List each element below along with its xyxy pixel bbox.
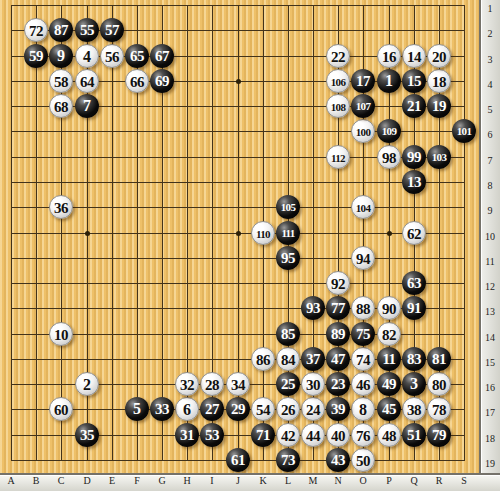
stone-black-move-81[interactable]: 81 xyxy=(427,347,451,371)
stone-white-move-64[interactable]: 64 xyxy=(75,69,99,93)
star-point-D10 xyxy=(85,231,90,236)
stone-white-move-72[interactable]: 72 xyxy=(24,18,48,42)
row-label-6: 6 xyxy=(481,129,499,141)
row-label-14: 14 xyxy=(481,332,499,344)
column-label-C: C xyxy=(58,475,65,487)
stone-black-move-21[interactable]: 21 xyxy=(402,94,426,118)
stone-black-move-55[interactable]: 55 xyxy=(75,18,99,42)
stone-black-move-31[interactable]: 31 xyxy=(175,423,199,447)
row-label-13: 13 xyxy=(481,306,499,318)
stone-black-move-73[interactable]: 73 xyxy=(276,448,300,472)
column-label-Q: Q xyxy=(410,475,417,487)
stone-black-move-85[interactable]: 85 xyxy=(276,322,300,346)
stone-white-move-108[interactable]: 108 xyxy=(326,94,350,118)
stone-white-move-20[interactable]: 20 xyxy=(427,44,451,68)
stone-black-move-15[interactable]: 15 xyxy=(402,69,426,93)
stone-black-move-91[interactable]: 91 xyxy=(402,296,426,320)
stone-black-move-99[interactable]: 99 xyxy=(402,145,426,169)
stone-white-move-10[interactable]: 10 xyxy=(49,322,73,346)
column-label-G: G xyxy=(158,475,165,487)
stone-white-move-68[interactable]: 68 xyxy=(49,94,73,118)
stone-black-move-107[interactable]: 107 xyxy=(351,94,375,118)
column-label-F: F xyxy=(134,475,140,487)
stone-white-move-60[interactable]: 60 xyxy=(49,397,73,421)
stone-black-move-79[interactable]: 79 xyxy=(427,423,451,447)
column-label-H: H xyxy=(183,475,190,487)
star-point-P10 xyxy=(387,231,392,236)
stone-black-move-51[interactable]: 51 xyxy=(402,423,426,447)
row-label-18: 18 xyxy=(481,433,499,445)
column-label-R: R xyxy=(436,475,443,487)
stone-white-move-24[interactable]: 24 xyxy=(301,397,325,421)
stone-black-move-19[interactable]: 19 xyxy=(427,94,451,118)
stone-white-move-112[interactable]: 112 xyxy=(326,145,350,169)
stone-white-move-42[interactable]: 42 xyxy=(276,423,300,447)
stone-white-move-32[interactable]: 32 xyxy=(175,372,199,396)
stone-black-move-1[interactable]: 1 xyxy=(377,69,401,93)
row-label-2: 2 xyxy=(481,28,499,40)
stone-black-move-11[interactable]: 11 xyxy=(377,347,401,371)
stone-black-move-65[interactable]: 65 xyxy=(125,44,149,68)
stone-white-move-22[interactable]: 22 xyxy=(326,44,350,68)
stone-white-move-54[interactable]: 54 xyxy=(251,397,275,421)
stone-black-move-71[interactable]: 71 xyxy=(251,423,275,447)
stone-white-move-104[interactable]: 104 xyxy=(351,195,375,219)
row-label-7: 7 xyxy=(481,155,499,167)
stone-black-move-57[interactable]: 57 xyxy=(100,18,124,42)
stone-black-move-3[interactable]: 3 xyxy=(402,372,426,396)
stone-black-move-23[interactable]: 23 xyxy=(326,372,350,396)
stone-white-move-92[interactable]: 92 xyxy=(326,271,350,295)
stone-black-move-59[interactable]: 59 xyxy=(24,44,48,68)
stone-white-move-8[interactable]: 8 xyxy=(351,397,375,421)
stone-black-move-103[interactable]: 103 xyxy=(427,145,451,169)
stone-white-move-76[interactable]: 76 xyxy=(351,423,375,447)
stone-black-move-111[interactable]: 111 xyxy=(276,221,300,245)
go-diagram-page: 1234567891011131415161718192021222324252… xyxy=(0,0,500,491)
row-label-1: 1 xyxy=(481,3,499,15)
stone-black-move-37[interactable]: 37 xyxy=(301,347,325,371)
stone-black-move-105[interactable]: 105 xyxy=(276,195,300,219)
row-label-17: 17 xyxy=(481,407,499,419)
row-label-5: 5 xyxy=(481,104,499,116)
stone-black-move-33[interactable]: 33 xyxy=(150,397,174,421)
stone-white-move-58[interactable]: 58 xyxy=(49,69,73,93)
column-labels-strip xyxy=(0,473,500,491)
grid-line-horizontal-12 xyxy=(11,283,465,284)
stone-white-move-56[interactable]: 56 xyxy=(100,44,124,68)
stone-white-move-14[interactable]: 14 xyxy=(402,44,426,68)
stone-white-move-36[interactable]: 36 xyxy=(49,195,73,219)
stone-black-move-69[interactable]: 69 xyxy=(150,69,174,93)
stone-black-move-17[interactable]: 17 xyxy=(351,69,375,93)
stone-black-move-75[interactable]: 75 xyxy=(351,322,375,346)
row-label-11: 11 xyxy=(481,256,499,268)
stone-black-move-101[interactable]: 101 xyxy=(452,119,476,143)
stone-white-move-46[interactable]: 46 xyxy=(351,372,375,396)
stone-black-move-13[interactable]: 13 xyxy=(402,170,426,194)
stone-white-move-48[interactable]: 48 xyxy=(377,423,401,447)
column-label-J: J xyxy=(236,475,240,487)
stone-white-move-66[interactable]: 66 xyxy=(125,69,149,93)
row-label-12: 12 xyxy=(481,281,499,293)
stone-black-move-5[interactable]: 5 xyxy=(125,397,149,421)
row-label-16: 16 xyxy=(481,382,499,394)
column-label-O: O xyxy=(359,475,366,487)
stone-black-move-87[interactable]: 87 xyxy=(49,18,73,42)
stone-black-move-89[interactable]: 89 xyxy=(326,322,350,346)
stone-black-move-35[interactable]: 35 xyxy=(75,423,99,447)
stone-white-move-86[interactable]: 86 xyxy=(251,347,275,371)
stone-black-move-83[interactable]: 83 xyxy=(402,347,426,371)
stone-black-move-61[interactable]: 61 xyxy=(226,448,250,472)
stone-black-move-95[interactable]: 95 xyxy=(276,246,300,270)
stone-white-move-88[interactable]: 88 xyxy=(351,296,375,320)
stone-white-move-40[interactable]: 40 xyxy=(326,423,350,447)
stone-white-move-18[interactable]: 18 xyxy=(427,69,451,93)
row-label-3: 3 xyxy=(481,54,499,66)
stone-black-move-63[interactable]: 63 xyxy=(402,271,426,295)
star-point-J10 xyxy=(236,231,241,236)
star-point-J4 xyxy=(236,79,241,84)
stone-white-move-50[interactable]: 50 xyxy=(351,448,375,472)
stone-black-move-109[interactable]: 109 xyxy=(377,119,401,143)
row-label-10: 10 xyxy=(481,231,499,243)
column-label-M: M xyxy=(309,475,318,487)
go-board[interactable]: 1234567891011131415161718192021222324252… xyxy=(0,0,479,473)
stone-white-move-30[interactable]: 30 xyxy=(301,372,325,396)
stone-white-move-90[interactable]: 90 xyxy=(377,296,401,320)
stone-white-move-110[interactable]: 110 xyxy=(251,221,275,245)
stone-black-move-43[interactable]: 43 xyxy=(326,448,350,472)
stone-white-move-74[interactable]: 74 xyxy=(351,347,375,371)
column-label-A: A xyxy=(7,475,14,487)
stone-black-move-49[interactable]: 49 xyxy=(377,372,401,396)
stone-black-move-77[interactable]: 77 xyxy=(326,296,350,320)
row-label-4: 4 xyxy=(481,79,499,91)
stone-white-move-94[interactable]: 94 xyxy=(351,246,375,270)
column-label-I: I xyxy=(210,475,213,487)
stone-white-move-2[interactable]: 2 xyxy=(75,372,99,396)
column-label-B: B xyxy=(33,475,40,487)
row-label-9: 9 xyxy=(481,205,499,217)
grid-line-vertical-S xyxy=(464,5,465,461)
stone-black-move-93[interactable]: 93 xyxy=(301,296,325,320)
row-label-19: 19 xyxy=(481,458,499,470)
column-label-L: L xyxy=(285,475,291,487)
stone-white-move-6[interactable]: 6 xyxy=(175,397,199,421)
stone-white-move-4[interactable]: 4 xyxy=(75,44,99,68)
grid-line-horizontal-11 xyxy=(11,258,465,259)
row-label-8: 8 xyxy=(481,180,499,192)
column-label-S: S xyxy=(461,475,467,487)
stone-black-move-39[interactable]: 39 xyxy=(326,397,350,421)
stone-black-move-53[interactable]: 53 xyxy=(200,423,224,447)
column-label-P: P xyxy=(386,475,392,487)
stone-black-move-29[interactable]: 29 xyxy=(226,397,250,421)
stone-white-move-38[interactable]: 38 xyxy=(402,397,426,421)
stone-black-move-45[interactable]: 45 xyxy=(377,397,401,421)
stone-white-move-98[interactable]: 98 xyxy=(377,145,401,169)
stone-white-move-80[interactable]: 80 xyxy=(427,372,451,396)
stone-black-move-7[interactable]: 7 xyxy=(75,94,99,118)
stone-black-move-27[interactable]: 27 xyxy=(200,397,224,421)
stone-white-move-28[interactable]: 28 xyxy=(200,372,224,396)
stone-black-move-67[interactable]: 67 xyxy=(150,44,174,68)
stone-white-move-84[interactable]: 84 xyxy=(276,347,300,371)
stone-white-move-44[interactable]: 44 xyxy=(301,423,325,447)
stone-white-move-82[interactable]: 82 xyxy=(377,322,401,346)
stone-black-move-9[interactable]: 9 xyxy=(49,44,73,68)
stone-white-move-34[interactable]: 34 xyxy=(226,372,250,396)
column-label-E: E xyxy=(109,475,115,487)
stone-white-move-106[interactable]: 106 xyxy=(326,69,350,93)
stone-black-move-25[interactable]: 25 xyxy=(276,372,300,396)
stone-white-move-62[interactable]: 62 xyxy=(402,221,426,245)
stone-white-move-16[interactable]: 16 xyxy=(377,44,401,68)
column-label-N: N xyxy=(334,475,341,487)
column-label-D: D xyxy=(83,475,90,487)
row-label-15: 15 xyxy=(481,357,499,369)
stone-white-move-26[interactable]: 26 xyxy=(276,397,300,421)
stone-white-move-100[interactable]: 100 xyxy=(351,119,375,143)
column-label-K: K xyxy=(259,475,266,487)
stone-black-move-47[interactable]: 47 xyxy=(326,347,350,371)
stone-white-move-78[interactable]: 78 xyxy=(427,397,451,421)
